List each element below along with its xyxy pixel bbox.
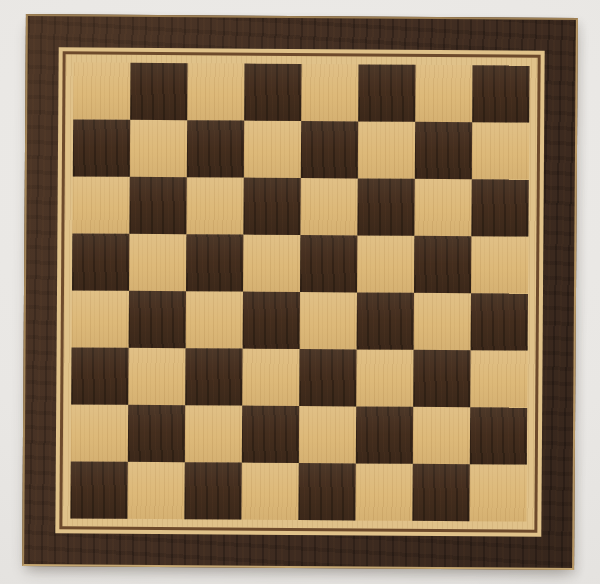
square-d2[interactable] bbox=[242, 406, 299, 463]
square-f5[interactable] bbox=[357, 235, 414, 292]
square-e2[interactable] bbox=[299, 406, 356, 463]
square-a3[interactable] bbox=[71, 347, 128, 404]
square-g1[interactable] bbox=[412, 464, 469, 521]
square-f1[interactable] bbox=[355, 463, 412, 520]
square-f4[interactable] bbox=[357, 292, 414, 349]
square-d5[interactable] bbox=[243, 235, 300, 292]
square-h8[interactable] bbox=[472, 65, 529, 122]
square-d3[interactable] bbox=[242, 349, 299, 406]
square-g8[interactable] bbox=[415, 65, 472, 122]
square-c2[interactable] bbox=[185, 405, 242, 462]
square-b8[interactable] bbox=[130, 63, 187, 120]
square-h6[interactable] bbox=[471, 179, 528, 236]
square-e5[interactable] bbox=[300, 235, 357, 292]
square-c4[interactable] bbox=[186, 291, 243, 348]
square-h2[interactable] bbox=[470, 407, 527, 464]
square-h1[interactable] bbox=[469, 464, 526, 521]
square-e1[interactable] bbox=[298, 463, 355, 520]
square-a6[interactable] bbox=[72, 176, 129, 233]
square-b3[interactable] bbox=[128, 348, 185, 405]
square-h5[interactable] bbox=[471, 236, 528, 293]
square-e6[interactable] bbox=[300, 178, 357, 235]
square-d7[interactable] bbox=[244, 121, 301, 178]
square-a4[interactable] bbox=[72, 290, 129, 347]
square-d6[interactable] bbox=[243, 178, 300, 235]
square-b2[interactable] bbox=[128, 405, 185, 462]
square-g4[interactable] bbox=[414, 293, 471, 350]
square-c5[interactable] bbox=[186, 234, 243, 291]
inlay-cream-margin bbox=[62, 54, 537, 529]
square-a5[interactable] bbox=[72, 233, 129, 290]
square-f8[interactable] bbox=[358, 64, 415, 121]
square-c8[interactable] bbox=[187, 63, 244, 120]
board-grid bbox=[70, 62, 529, 521]
square-d4[interactable] bbox=[243, 292, 300, 349]
square-b4[interactable] bbox=[129, 291, 186, 348]
square-a2[interactable] bbox=[71, 404, 128, 461]
square-f6[interactable] bbox=[357, 178, 414, 235]
square-a7[interactable] bbox=[73, 119, 130, 176]
square-g3[interactable] bbox=[413, 350, 470, 407]
inlay-cream-outer-line bbox=[55, 47, 544, 536]
square-c1[interactable] bbox=[184, 462, 241, 519]
square-b5[interactable] bbox=[129, 234, 186, 291]
square-h7[interactable] bbox=[472, 122, 529, 179]
square-c7[interactable] bbox=[187, 120, 244, 177]
square-a1[interactable] bbox=[70, 461, 127, 518]
photo-backdrop bbox=[0, 0, 600, 584]
chess-board bbox=[22, 14, 578, 570]
square-c6[interactable] bbox=[186, 177, 243, 234]
square-a8[interactable] bbox=[73, 62, 130, 119]
square-d8[interactable] bbox=[244, 64, 301, 121]
square-f7[interactable] bbox=[358, 121, 415, 178]
square-f3[interactable] bbox=[356, 349, 413, 406]
square-b6[interactable] bbox=[129, 177, 186, 234]
square-h4[interactable] bbox=[471, 293, 528, 350]
square-g6[interactable] bbox=[414, 179, 471, 236]
square-h3[interactable] bbox=[470, 350, 527, 407]
square-e4[interactable] bbox=[300, 292, 357, 349]
inlay-dark-line bbox=[59, 51, 540, 532]
square-e3[interactable] bbox=[299, 349, 356, 406]
square-c3[interactable] bbox=[185, 348, 242, 405]
square-d1[interactable] bbox=[241, 463, 298, 520]
square-f2[interactable] bbox=[356, 406, 413, 463]
square-g5[interactable] bbox=[414, 236, 471, 293]
square-b1[interactable] bbox=[127, 462, 184, 519]
square-g7[interactable] bbox=[415, 122, 472, 179]
square-b7[interactable] bbox=[130, 120, 187, 177]
square-g2[interactable] bbox=[413, 407, 470, 464]
square-e7[interactable] bbox=[301, 121, 358, 178]
square-e8[interactable] bbox=[301, 64, 358, 121]
